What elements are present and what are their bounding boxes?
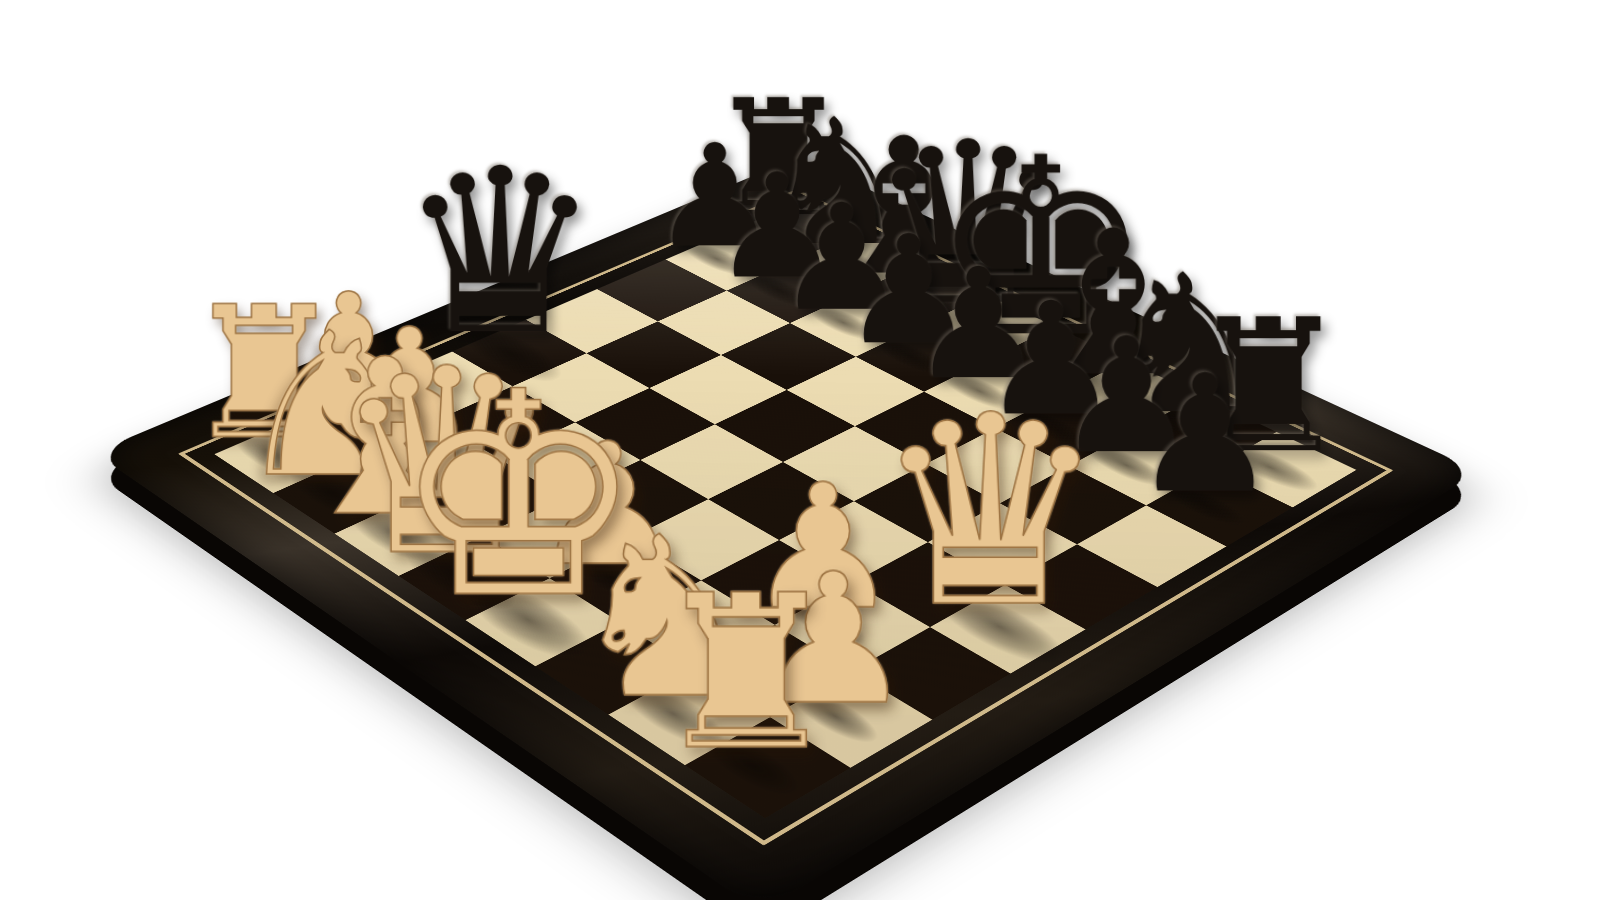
pawn-glyph: ♟ <box>1092 352 1318 514</box>
product-photo-scene: ♜♞♝♛♚♝♞♜♟♟♟♟♟♟♟♟♛♜♞♝♛♚♞♜♟♟♟♟♟♛ <box>0 0 1600 900</box>
piece-black-pawn-h7: ♟ <box>1092 352 1318 514</box>
piece-white-rook-h1: ♜ <box>618 567 875 779</box>
chess-board: ♜♞♝♛♚♝♞♜♟♟♟♟♟♟♟♟♛♜♞♝♛♚♞♜♟♟♟♟♟♛ <box>94 157 1479 900</box>
pieces-layer: ♜♞♝♛♚♝♞♜♟♟♟♟♟♟♟♟♛♜♞♝♛♚♞♜♟♟♟♟♟♛ <box>94 157 1479 900</box>
rook-glyph: ♜ <box>618 567 875 779</box>
